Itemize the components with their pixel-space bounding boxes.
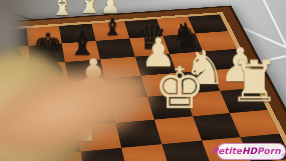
square-g5: ♞ xyxy=(176,70,220,94)
watermark-text: Petite xyxy=(211,147,242,156)
square-g3 xyxy=(192,113,240,140)
square-h4: ♜ xyxy=(220,88,267,113)
square-g4 xyxy=(184,91,230,116)
watermark-badge: PetiteHDPorn.com xyxy=(217,143,286,160)
scene: ♝ ♝ ♟ ♝♟♚♝♛♞♟♟♞♟♞♟♚♜♟ PetiteHDPorn.com xyxy=(0,0,286,161)
black-bishop: ♝ xyxy=(95,15,129,38)
square-f3 xyxy=(154,116,201,144)
watermark-text: Porn xyxy=(257,147,281,156)
watermark-text: HD xyxy=(242,147,257,156)
square-h5: ♟ xyxy=(211,68,256,91)
watermark-suffix: .com xyxy=(281,153,286,158)
square-f4: ♚ xyxy=(147,94,192,120)
square-h7 xyxy=(195,31,236,51)
